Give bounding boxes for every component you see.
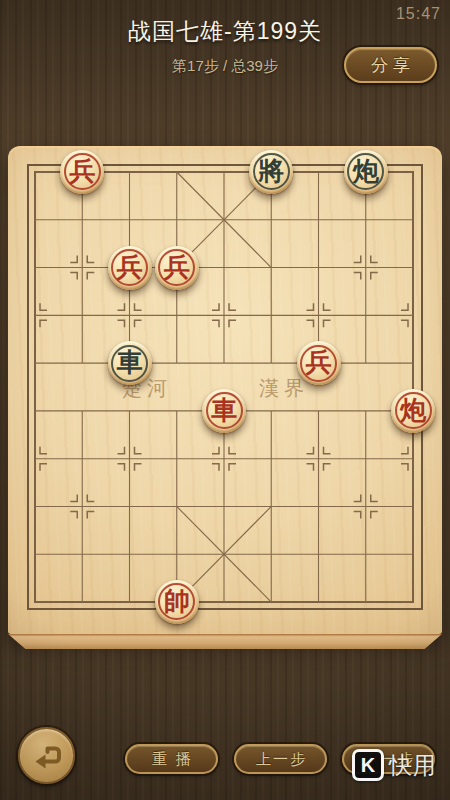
- piece-glyph: 炮: [400, 397, 426, 423]
- back-button[interactable]: [18, 727, 75, 784]
- piece-red-chariot[interactable]: 車: [202, 389, 246, 433]
- piece-black-chariot[interactable]: 車: [108, 341, 152, 385]
- piece-glyph: 將: [258, 158, 284, 184]
- kuaiyong-watermark: K 快用: [352, 749, 437, 781]
- piece-glyph: 兵: [69, 158, 95, 184]
- pieces-layer[interactable]: 兵將炮兵兵車兵車炮帥: [11, 148, 436, 626]
- level-title: 战国七雄-第199关: [0, 16, 450, 47]
- piece-glyph: 兵: [117, 254, 143, 280]
- piece-glyph: 兵: [164, 254, 190, 280]
- watermark-label: 快用: [389, 750, 437, 781]
- piece-black-general[interactable]: 將: [249, 150, 293, 194]
- kuaiyong-logo-icon: K: [352, 749, 384, 781]
- app-screen: 15:47 战国七雄-第199关 第17步 / 总39步 分享 楚河漢界 兵將炮…: [0, 0, 450, 800]
- board-face: 楚河漢界 兵將炮兵兵車兵車炮帥: [8, 146, 442, 634]
- piece-red-soldier[interactable]: 兵: [60, 150, 104, 194]
- return-arrow-icon: [29, 738, 65, 774]
- previous-step-button[interactable]: 上一步: [234, 744, 327, 774]
- xiangqi-board: 楚河漢界 兵將炮兵兵車兵車炮帥: [8, 146, 442, 649]
- piece-glyph: 帥: [164, 588, 190, 614]
- share-button[interactable]: 分享: [344, 47, 437, 83]
- piece-glyph: 炮: [353, 158, 379, 184]
- piece-black-cannon[interactable]: 炮: [344, 150, 388, 194]
- piece-glyph: 車: [211, 397, 237, 423]
- board-front-edge: [8, 634, 442, 649]
- piece-red-soldier[interactable]: 兵: [108, 246, 152, 290]
- piece-glyph: 車: [117, 349, 143, 375]
- piece-glyph: 兵: [306, 349, 332, 375]
- piece-red-soldier[interactable]: 兵: [155, 246, 199, 290]
- replay-button[interactable]: 重播: [125, 744, 218, 774]
- piece-red-general[interactable]: 帥: [155, 580, 199, 624]
- piece-red-cannon[interactable]: 炮: [391, 389, 435, 433]
- piece-red-soldier[interactable]: 兵: [297, 341, 341, 385]
